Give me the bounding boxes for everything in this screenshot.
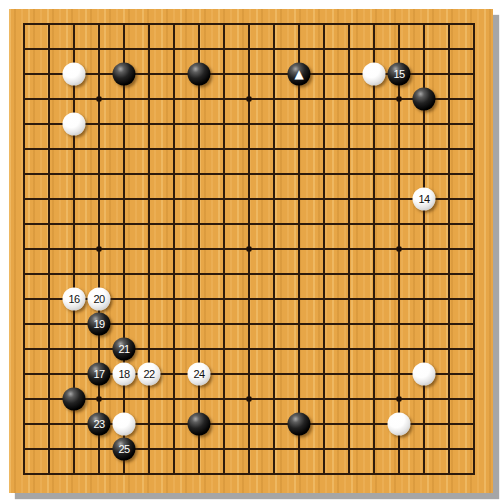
stone-white — [388, 413, 411, 436]
stone-black — [113, 63, 136, 86]
grid-line-vertical — [273, 23, 275, 475]
grid-line-vertical — [298, 23, 300, 475]
move-number-label: 21 — [118, 344, 129, 355]
stone-white-move-18: 18 — [113, 363, 136, 386]
go-board[interactable]: ▲151416201921171822242325 — [9, 9, 493, 493]
stone-black-move-19: 19 — [88, 313, 111, 336]
stone-black — [63, 388, 86, 411]
move-number-label: 20 — [93, 294, 104, 305]
move-number-label: 19 — [93, 319, 104, 330]
grid-line-horizontal — [23, 348, 475, 350]
stone-black-move-23: 23 — [88, 413, 111, 436]
stone-white-move-16: 16 — [63, 288, 86, 311]
move-number-label: 22 — [143, 369, 154, 380]
stone-black — [288, 413, 311, 436]
stone-black-move-25: 25 — [113, 438, 136, 461]
star-point — [97, 247, 102, 252]
stone-black-move-21: 21 — [113, 338, 136, 361]
move-number-label: 16 — [68, 294, 79, 305]
star-point — [97, 97, 102, 102]
stone-white-move-24: 24 — [188, 363, 211, 386]
grid-line-vertical — [448, 23, 450, 475]
star-point — [247, 97, 252, 102]
stone-white-move-14: 14 — [413, 188, 436, 211]
stone-white — [363, 63, 386, 86]
grid-line-vertical — [323, 23, 325, 475]
move-number-label: 24 — [193, 369, 204, 380]
move-number-label: 23 — [93, 419, 104, 430]
stone-black: ▲ — [288, 63, 311, 86]
stone-white-move-20: 20 — [88, 288, 111, 311]
star-point — [397, 247, 402, 252]
stone-white — [63, 63, 86, 86]
triangle-mark-icon: ▲ — [294, 68, 303, 80]
star-point — [397, 97, 402, 102]
stone-black — [413, 88, 436, 111]
star-point — [247, 397, 252, 402]
grid-line-horizontal — [23, 473, 475, 475]
stone-white — [63, 113, 86, 136]
move-number-label: 15 — [393, 69, 404, 80]
grid-line-horizontal — [23, 273, 475, 275]
stone-black — [188, 63, 211, 86]
stone-black-move-17: 17 — [88, 363, 111, 386]
star-point — [397, 397, 402, 402]
move-number-label: 25 — [118, 444, 129, 455]
stone-white — [413, 363, 436, 386]
page-background: ▲151416201921171822242325 — [0, 0, 500, 500]
stone-white — [113, 413, 136, 436]
stone-black — [188, 413, 211, 436]
move-number-label: 14 — [418, 194, 429, 205]
grid-line-vertical — [373, 23, 375, 475]
grid-line-vertical — [473, 23, 475, 475]
star-point — [247, 247, 252, 252]
star-point — [97, 397, 102, 402]
grid-line-horizontal — [23, 448, 475, 450]
stone-white-move-22: 22 — [138, 363, 161, 386]
move-number-label: 17 — [93, 369, 104, 380]
stone-black-move-15: 15 — [388, 63, 411, 86]
move-number-label: 18 — [118, 369, 129, 380]
grid-line-vertical — [348, 23, 350, 475]
